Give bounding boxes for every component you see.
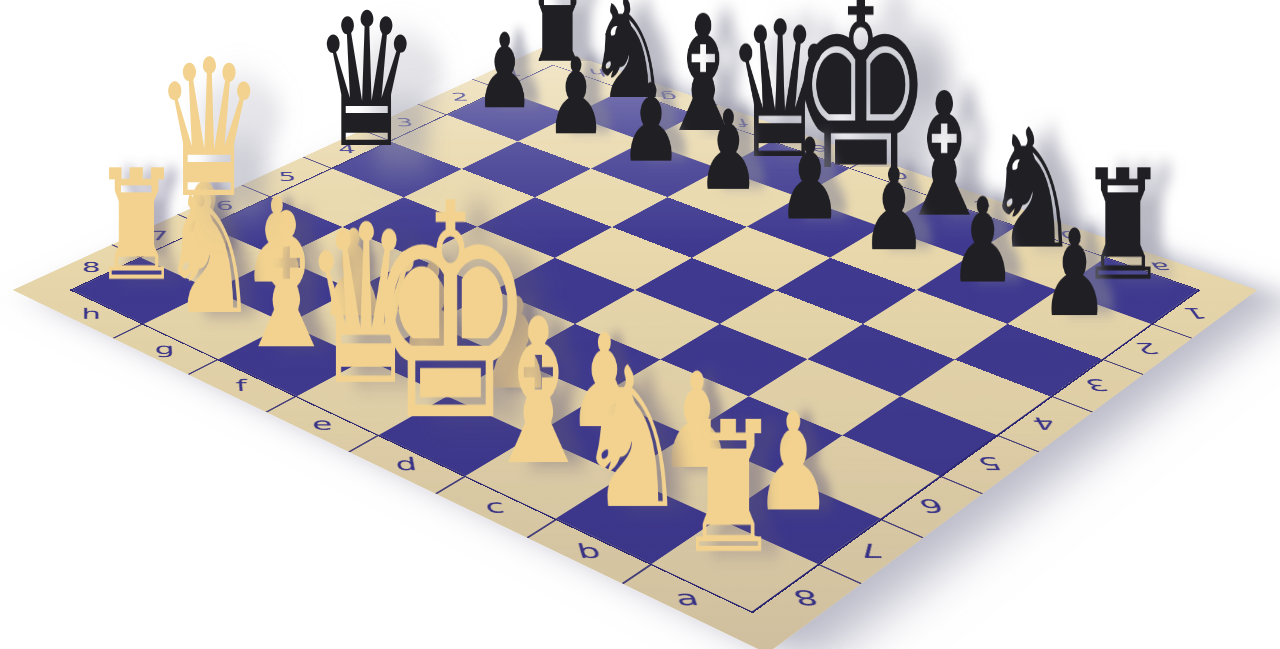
black-pawn-icon: ♟ (620, 69, 682, 177)
black-extra-queen: ♛ (314, 0, 420, 174)
product-photo-scene: 12345678 12345678 hgfedcba hgfedcba ♜♞♝♛… (0, 0, 1280, 649)
white-extra-queen: ♛ (155, 35, 264, 225)
black-pawn-icon: ♟ (546, 44, 607, 150)
white-knight-icon: ♞ (575, 342, 686, 536)
black-pawn-icon: ♟ (949, 182, 1016, 299)
white-rook-icon: ♜ (677, 399, 781, 579)
black-pawn-icon: ♟ (1040, 213, 1109, 333)
black-pawn-icon: ♟ (777, 123, 841, 235)
black-pawn-icon: ♟ (697, 96, 760, 206)
